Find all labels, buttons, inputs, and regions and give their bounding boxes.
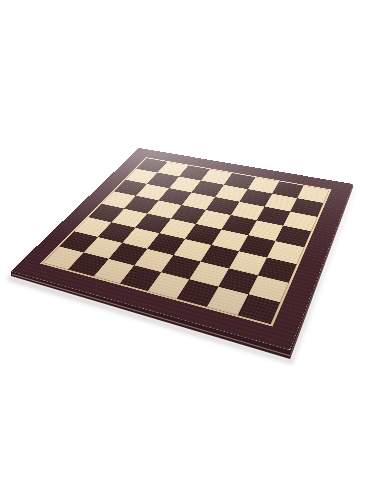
chessboard [11, 148, 353, 350]
frame-inlay-line [40, 157, 331, 326]
board-squares-grid [43, 158, 329, 324]
product-photo [0, 0, 381, 492]
